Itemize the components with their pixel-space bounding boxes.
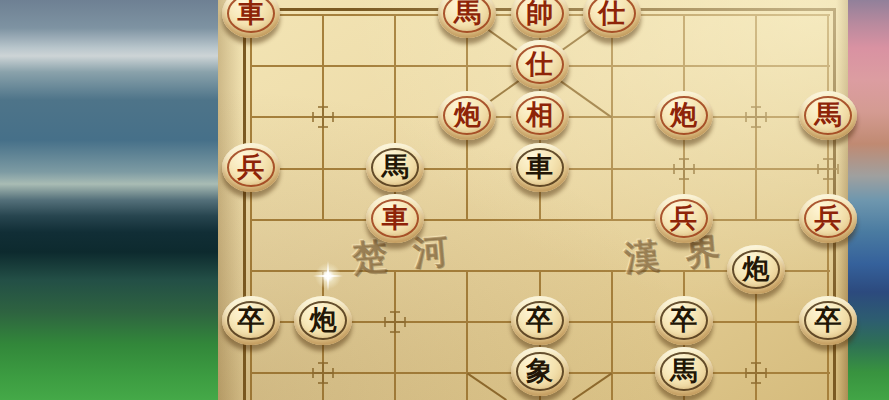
piece-character: 卒 [238,306,265,333]
piece-character: 卒 [815,306,842,333]
piece-black-horse[interactable]: 馬 [366,143,424,192]
piece-black-horse[interactable]: 馬 [655,347,713,396]
piece-character: 馬 [815,101,842,128]
piece-character: 卒 [526,306,553,333]
piece-red-soldier[interactable]: 兵 [655,194,713,243]
piece-red-cannon[interactable]: 炮 [655,91,713,140]
piece-black-cannon[interactable]: 炮 [294,296,352,345]
point-marker [673,158,695,180]
piece-character: 車 [238,0,265,26]
grid-line [251,219,830,221]
piece-black-soldier[interactable]: 卒 [222,296,280,345]
piece-black-chariot[interactable]: 車 [511,143,569,192]
piece-character: 炮 [310,306,337,333]
point-marker [312,106,334,128]
piece-character: 馬 [454,0,481,26]
piece-black-cannon[interactable]: 炮 [727,245,785,294]
background-landscape-left [0,0,222,400]
grid-line [611,271,613,400]
piece-red-soldier[interactable]: 兵 [222,143,280,192]
point-marker [745,362,767,384]
grid-line [466,271,468,400]
piece-red-elephant[interactable]: 相 [511,91,569,140]
xiangqi-game-screen: 楚河 漢界 車馬帥仕仕炮相炮馬兵車兵兵馬車炮卒炮卒卒卒象馬 [0,0,889,400]
piece-red-advisor[interactable]: 仕 [511,40,569,89]
piece-red-chariot[interactable]: 車 [366,194,424,243]
piece-character: 象 [526,357,553,384]
point-marker [745,106,767,128]
piece-black-soldier[interactable]: 卒 [655,296,713,345]
piece-red-soldier[interactable]: 兵 [799,194,857,243]
piece-character: 帥 [526,0,553,26]
piece-black-elephant[interactable]: 象 [511,347,569,396]
piece-black-soldier[interactable]: 卒 [799,296,857,345]
piece-character: 馬 [382,153,409,180]
piece-character: 炮 [742,255,769,282]
point-marker [312,362,334,384]
piece-character: 兵 [238,153,265,180]
piece-character: 車 [526,153,553,180]
piece-character: 仕 [526,50,553,77]
piece-black-soldier[interactable]: 卒 [511,296,569,345]
piece-character: 相 [526,101,553,128]
grid-line [394,271,396,400]
piece-character: 車 [382,204,409,231]
point-marker [817,158,839,180]
piece-character: 炮 [670,101,697,128]
grid-line [611,15,613,220]
piece-character: 兵 [815,204,842,231]
piece-character: 炮 [454,101,481,128]
piece-character: 卒 [670,306,697,333]
piece-character: 兵 [670,204,697,231]
point-marker [384,311,406,333]
piece-character: 馬 [670,357,697,384]
background-sunset-right [846,0,889,400]
piece-character: 仕 [598,0,625,26]
